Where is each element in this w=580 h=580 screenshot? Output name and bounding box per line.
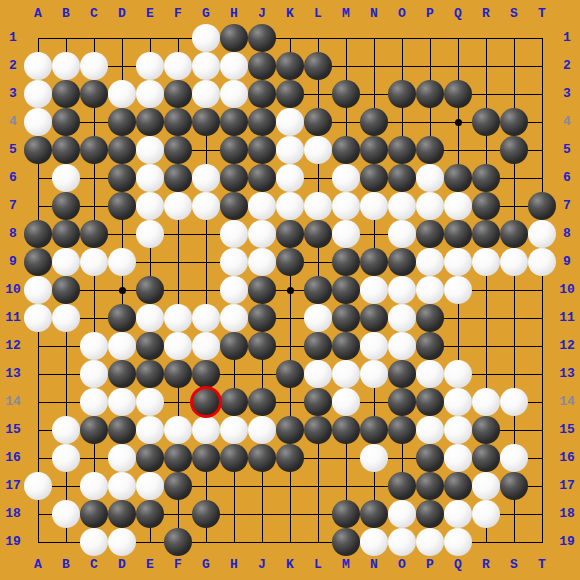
black-stone-B4[interactable] bbox=[52, 108, 80, 136]
intersection-F1[interactable] bbox=[164, 24, 192, 52]
intersection-T18[interactable] bbox=[528, 500, 556, 528]
intersection-G17[interactable] bbox=[192, 472, 220, 500]
black-stone-E10[interactable] bbox=[136, 276, 164, 304]
black-stone-K8[interactable] bbox=[276, 220, 304, 248]
intersection-O16[interactable] bbox=[388, 444, 416, 472]
black-stone-E12[interactable] bbox=[136, 332, 164, 360]
white-stone-O18[interactable] bbox=[388, 500, 416, 528]
white-stone-K5[interactable] bbox=[276, 136, 304, 164]
white-stone-H10[interactable] bbox=[220, 276, 248, 304]
black-stone-O17[interactable] bbox=[388, 472, 416, 500]
black-stone-R15[interactable] bbox=[472, 416, 500, 444]
black-stone-B5[interactable] bbox=[52, 136, 80, 164]
intersection-R13[interactable] bbox=[472, 360, 500, 388]
white-stone-F12[interactable] bbox=[164, 332, 192, 360]
white-stone-H8[interactable] bbox=[220, 220, 248, 248]
intersection-Q11[interactable] bbox=[444, 304, 472, 332]
white-stone-Q14[interactable] bbox=[444, 388, 472, 416]
intersection-N1[interactable] bbox=[360, 24, 388, 52]
intersection-K12[interactable] bbox=[276, 332, 304, 360]
black-stone-Q3[interactable] bbox=[444, 80, 472, 108]
intersection-T19[interactable] bbox=[528, 528, 556, 556]
black-stone-J6[interactable] bbox=[248, 164, 276, 192]
intersection-R11[interactable] bbox=[472, 304, 500, 332]
intersection-S3[interactable] bbox=[500, 80, 528, 108]
white-stone-F2[interactable] bbox=[164, 52, 192, 80]
white-stone-L13[interactable] bbox=[304, 360, 332, 388]
black-stone-H1[interactable] bbox=[220, 24, 248, 52]
intersection-K17[interactable] bbox=[276, 472, 304, 500]
black-stone-B10[interactable] bbox=[52, 276, 80, 304]
black-stone-J14[interactable] bbox=[248, 388, 276, 416]
white-stone-N7[interactable] bbox=[360, 192, 388, 220]
black-stone-J16[interactable] bbox=[248, 444, 276, 472]
white-stone-L5[interactable] bbox=[304, 136, 332, 164]
black-stone-J11[interactable] bbox=[248, 304, 276, 332]
black-stone-A9[interactable] bbox=[24, 248, 52, 276]
white-stone-C13[interactable] bbox=[80, 360, 108, 388]
white-stone-A10[interactable] bbox=[24, 276, 52, 304]
white-stone-N13[interactable] bbox=[360, 360, 388, 388]
white-stone-C2[interactable] bbox=[80, 52, 108, 80]
intersection-L6[interactable] bbox=[304, 164, 332, 192]
white-stone-B16[interactable] bbox=[52, 444, 80, 472]
intersection-Q5[interactable] bbox=[444, 136, 472, 164]
white-stone-C12[interactable] bbox=[80, 332, 108, 360]
black-stone-G4[interactable] bbox=[192, 108, 220, 136]
intersection-B19[interactable] bbox=[52, 528, 80, 556]
intersection-L17[interactable] bbox=[304, 472, 332, 500]
black-stone-L14[interactable] bbox=[304, 388, 332, 416]
black-stone-R16[interactable] bbox=[472, 444, 500, 472]
white-stone-E15[interactable] bbox=[136, 416, 164, 444]
intersection-P2[interactable] bbox=[416, 52, 444, 80]
black-stone-J12[interactable] bbox=[248, 332, 276, 360]
black-stone-R8[interactable] bbox=[472, 220, 500, 248]
intersection-A6[interactable] bbox=[24, 164, 52, 192]
black-stone-N15[interactable] bbox=[360, 416, 388, 444]
black-stone-A8[interactable] bbox=[24, 220, 52, 248]
black-stone-D6[interactable] bbox=[108, 164, 136, 192]
white-stone-B15[interactable] bbox=[52, 416, 80, 444]
intersection-A19[interactable] bbox=[24, 528, 52, 556]
white-stone-K7[interactable] bbox=[276, 192, 304, 220]
intersection-D1[interactable] bbox=[108, 24, 136, 52]
white-stone-N12[interactable] bbox=[360, 332, 388, 360]
intersection-S2[interactable] bbox=[500, 52, 528, 80]
black-stone-E18[interactable] bbox=[136, 500, 164, 528]
black-stone-P16[interactable] bbox=[416, 444, 444, 472]
black-stone-H4[interactable] bbox=[220, 108, 248, 136]
intersection-B12[interactable] bbox=[52, 332, 80, 360]
intersection-M17[interactable] bbox=[332, 472, 360, 500]
black-stone-N18[interactable] bbox=[360, 500, 388, 528]
black-stone-L12[interactable] bbox=[304, 332, 332, 360]
white-stone-Q15[interactable] bbox=[444, 416, 472, 444]
white-stone-P15[interactable] bbox=[416, 416, 444, 444]
white-stone-B11[interactable] bbox=[52, 304, 80, 332]
white-stone-G11[interactable] bbox=[192, 304, 220, 332]
white-stone-H2[interactable] bbox=[220, 52, 248, 80]
intersection-T15[interactable] bbox=[528, 416, 556, 444]
white-stone-J7[interactable] bbox=[248, 192, 276, 220]
white-stone-E8[interactable] bbox=[136, 220, 164, 248]
black-stone-S4[interactable] bbox=[500, 108, 528, 136]
intersection-A15[interactable] bbox=[24, 416, 52, 444]
intersection-C7[interactable] bbox=[80, 192, 108, 220]
black-stone-M15[interactable] bbox=[332, 416, 360, 444]
black-stone-M9[interactable] bbox=[332, 248, 360, 276]
white-stone-N16[interactable] bbox=[360, 444, 388, 472]
white-stone-A17[interactable] bbox=[24, 472, 52, 500]
intersection-T14[interactable] bbox=[528, 388, 556, 416]
intersection-C6[interactable] bbox=[80, 164, 108, 192]
white-stone-E2[interactable] bbox=[136, 52, 164, 80]
intersection-H13[interactable] bbox=[220, 360, 248, 388]
black-stone-O13[interactable] bbox=[388, 360, 416, 388]
white-stone-D12[interactable] bbox=[108, 332, 136, 360]
white-stone-T9[interactable] bbox=[528, 248, 556, 276]
white-stone-G6[interactable] bbox=[192, 164, 220, 192]
black-stone-A5[interactable] bbox=[24, 136, 52, 164]
black-stone-P11[interactable] bbox=[416, 304, 444, 332]
intersection-A12[interactable] bbox=[24, 332, 52, 360]
white-stone-O8[interactable] bbox=[388, 220, 416, 248]
intersection-S12[interactable] bbox=[500, 332, 528, 360]
white-stone-T8[interactable] bbox=[528, 220, 556, 248]
intersection-T10[interactable] bbox=[528, 276, 556, 304]
white-stone-S16[interactable] bbox=[500, 444, 528, 472]
white-stone-B2[interactable] bbox=[52, 52, 80, 80]
white-stone-M7[interactable] bbox=[332, 192, 360, 220]
white-stone-M8[interactable] bbox=[332, 220, 360, 248]
black-stone-J1[interactable] bbox=[248, 24, 276, 52]
intersection-A18[interactable] bbox=[24, 500, 52, 528]
white-stone-R14[interactable] bbox=[472, 388, 500, 416]
black-stone-F19[interactable] bbox=[164, 528, 192, 556]
intersection-L19[interactable] bbox=[304, 528, 332, 556]
intersection-T6[interactable] bbox=[528, 164, 556, 192]
white-stone-K6[interactable] bbox=[276, 164, 304, 192]
white-stone-E17[interactable] bbox=[136, 472, 164, 500]
intersection-O4[interactable] bbox=[388, 108, 416, 136]
white-stone-Q9[interactable] bbox=[444, 248, 472, 276]
intersection-A1[interactable] bbox=[24, 24, 52, 52]
intersection-E19[interactable] bbox=[136, 528, 164, 556]
white-stone-K4[interactable] bbox=[276, 108, 304, 136]
white-stone-O11[interactable] bbox=[388, 304, 416, 332]
intersection-F18[interactable] bbox=[164, 500, 192, 528]
intersection-B1[interactable] bbox=[52, 24, 80, 52]
intersection-Q4[interactable] bbox=[444, 108, 472, 136]
intersection-J13[interactable] bbox=[248, 360, 276, 388]
intersection-R5[interactable] bbox=[472, 136, 500, 164]
white-stone-N19[interactable] bbox=[360, 528, 388, 556]
white-stone-M14[interactable] bbox=[332, 388, 360, 416]
black-stone-P17[interactable] bbox=[416, 472, 444, 500]
intersection-F10[interactable] bbox=[164, 276, 192, 304]
intersection-S19[interactable] bbox=[500, 528, 528, 556]
intersection-Q2[interactable] bbox=[444, 52, 472, 80]
white-stone-F15[interactable] bbox=[164, 416, 192, 444]
intersection-T1[interactable] bbox=[528, 24, 556, 52]
intersection-A16[interactable] bbox=[24, 444, 52, 472]
intersection-R10[interactable] bbox=[472, 276, 500, 304]
intersection-R3[interactable] bbox=[472, 80, 500, 108]
black-stone-B8[interactable] bbox=[52, 220, 80, 248]
intersection-S11[interactable] bbox=[500, 304, 528, 332]
intersection-K10[interactable] bbox=[276, 276, 304, 304]
intersection-H19[interactable] bbox=[220, 528, 248, 556]
white-stone-P7[interactable] bbox=[416, 192, 444, 220]
white-stone-F11[interactable] bbox=[164, 304, 192, 332]
black-stone-F17[interactable] bbox=[164, 472, 192, 500]
black-stone-M12[interactable] bbox=[332, 332, 360, 360]
black-stone-F5[interactable] bbox=[164, 136, 192, 164]
black-stone-H14[interactable] bbox=[220, 388, 248, 416]
black-stone-P14[interactable] bbox=[416, 388, 444, 416]
intersection-N14[interactable] bbox=[360, 388, 388, 416]
white-stone-S9[interactable] bbox=[500, 248, 528, 276]
white-stone-P9[interactable] bbox=[416, 248, 444, 276]
black-stone-K3[interactable] bbox=[276, 80, 304, 108]
white-stone-G15[interactable] bbox=[192, 416, 220, 444]
black-stone-P3[interactable] bbox=[416, 80, 444, 108]
black-stone-P18[interactable] bbox=[416, 500, 444, 528]
white-stone-G3[interactable] bbox=[192, 80, 220, 108]
intersection-L18[interactable] bbox=[304, 500, 332, 528]
intersection-P1[interactable] bbox=[416, 24, 444, 52]
intersection-T4[interactable] bbox=[528, 108, 556, 136]
white-stone-J8[interactable] bbox=[248, 220, 276, 248]
white-stone-L7[interactable] bbox=[304, 192, 332, 220]
white-stone-P13[interactable] bbox=[416, 360, 444, 388]
intersection-N2[interactable] bbox=[360, 52, 388, 80]
black-stone-G16[interactable] bbox=[192, 444, 220, 472]
black-stone-C3[interactable] bbox=[80, 80, 108, 108]
black-stone-M3[interactable] bbox=[332, 80, 360, 108]
white-stone-O10[interactable] bbox=[388, 276, 416, 304]
black-stone-R7[interactable] bbox=[472, 192, 500, 220]
intersection-G5[interactable] bbox=[192, 136, 220, 164]
white-stone-D17[interactable] bbox=[108, 472, 136, 500]
black-stone-G18[interactable] bbox=[192, 500, 220, 528]
intersection-G9[interactable] bbox=[192, 248, 220, 276]
white-stone-A3[interactable] bbox=[24, 80, 52, 108]
intersection-L9[interactable] bbox=[304, 248, 332, 276]
intersection-T5[interactable] bbox=[528, 136, 556, 164]
black-stone-K13[interactable] bbox=[276, 360, 304, 388]
white-stone-G12[interactable] bbox=[192, 332, 220, 360]
intersection-A14[interactable] bbox=[24, 388, 52, 416]
white-stone-D14[interactable] bbox=[108, 388, 136, 416]
black-stone-N5[interactable] bbox=[360, 136, 388, 164]
black-stone-F13[interactable] bbox=[164, 360, 192, 388]
intersection-J17[interactable] bbox=[248, 472, 276, 500]
black-stone-G13[interactable] bbox=[192, 360, 220, 388]
black-stone-L15[interactable] bbox=[304, 416, 332, 444]
intersection-K18[interactable] bbox=[276, 500, 304, 528]
black-stone-L4[interactable] bbox=[304, 108, 332, 136]
white-stone-Q16[interactable] bbox=[444, 444, 472, 472]
black-stone-N4[interactable] bbox=[360, 108, 388, 136]
black-stone-T7[interactable] bbox=[528, 192, 556, 220]
black-stone-K16[interactable] bbox=[276, 444, 304, 472]
white-stone-D19[interactable] bbox=[108, 528, 136, 556]
white-stone-B6[interactable] bbox=[52, 164, 80, 192]
black-stone-M11[interactable] bbox=[332, 304, 360, 332]
intersection-R2[interactable] bbox=[472, 52, 500, 80]
white-stone-A4[interactable] bbox=[24, 108, 52, 136]
black-stone-D7[interactable] bbox=[108, 192, 136, 220]
black-stone-D15[interactable] bbox=[108, 416, 136, 444]
intersection-E9[interactable] bbox=[136, 248, 164, 276]
white-stone-Q13[interactable] bbox=[444, 360, 472, 388]
intersection-L3[interactable] bbox=[304, 80, 332, 108]
white-stone-H15[interactable] bbox=[220, 416, 248, 444]
intersection-C10[interactable] bbox=[80, 276, 108, 304]
black-stone-K2[interactable] bbox=[276, 52, 304, 80]
black-stone-D4[interactable] bbox=[108, 108, 136, 136]
white-stone-D9[interactable] bbox=[108, 248, 136, 276]
white-stone-P10[interactable] bbox=[416, 276, 444, 304]
white-stone-J9[interactable] bbox=[248, 248, 276, 276]
black-stone-S17[interactable] bbox=[500, 472, 528, 500]
white-stone-N10[interactable] bbox=[360, 276, 388, 304]
intersection-F8[interactable] bbox=[164, 220, 192, 248]
black-stone-D11[interactable] bbox=[108, 304, 136, 332]
intersection-H17[interactable] bbox=[220, 472, 248, 500]
intersection-S7[interactable] bbox=[500, 192, 528, 220]
black-stone-C18[interactable] bbox=[80, 500, 108, 528]
intersection-G19[interactable] bbox=[192, 528, 220, 556]
intersection-T17[interactable] bbox=[528, 472, 556, 500]
black-stone-P5[interactable] bbox=[416, 136, 444, 164]
intersection-S1[interactable] bbox=[500, 24, 528, 52]
white-stone-D3[interactable] bbox=[108, 80, 136, 108]
black-stone-J5[interactable] bbox=[248, 136, 276, 164]
white-stone-E3[interactable] bbox=[136, 80, 164, 108]
intersection-N3[interactable] bbox=[360, 80, 388, 108]
white-stone-R18[interactable] bbox=[472, 500, 500, 528]
white-stone-E6[interactable] bbox=[136, 164, 164, 192]
intersection-Q1[interactable] bbox=[444, 24, 472, 52]
intersection-K1[interactable] bbox=[276, 24, 304, 52]
black-stone-H16[interactable] bbox=[220, 444, 248, 472]
white-stone-C17[interactable] bbox=[80, 472, 108, 500]
black-stone-O6[interactable] bbox=[388, 164, 416, 192]
white-stone-H3[interactable] bbox=[220, 80, 248, 108]
black-stone-E4[interactable] bbox=[136, 108, 164, 136]
black-stone-O14[interactable] bbox=[388, 388, 416, 416]
black-stone-O9[interactable] bbox=[388, 248, 416, 276]
white-stone-Q7[interactable] bbox=[444, 192, 472, 220]
black-stone-H12[interactable] bbox=[220, 332, 248, 360]
intersection-J19[interactable] bbox=[248, 528, 276, 556]
black-stone-Q17[interactable] bbox=[444, 472, 472, 500]
black-stone-H5[interactable] bbox=[220, 136, 248, 164]
black-stone-M19[interactable] bbox=[332, 528, 360, 556]
black-stone-D5[interactable] bbox=[108, 136, 136, 164]
black-stone-D18[interactable] bbox=[108, 500, 136, 528]
black-stone-J2[interactable] bbox=[248, 52, 276, 80]
intersection-S18[interactable] bbox=[500, 500, 528, 528]
black-stone-S8[interactable] bbox=[500, 220, 528, 248]
intersection-B13[interactable] bbox=[52, 360, 80, 388]
white-stone-Q10[interactable] bbox=[444, 276, 472, 304]
white-stone-E7[interactable] bbox=[136, 192, 164, 220]
white-stone-L11[interactable] bbox=[304, 304, 332, 332]
intersection-C4[interactable] bbox=[80, 108, 108, 136]
intersection-K19[interactable] bbox=[276, 528, 304, 556]
intersection-O1[interactable] bbox=[388, 24, 416, 52]
intersection-G10[interactable] bbox=[192, 276, 220, 304]
white-stone-B9[interactable] bbox=[52, 248, 80, 276]
intersection-A13[interactable] bbox=[24, 360, 52, 388]
black-stone-F3[interactable] bbox=[164, 80, 192, 108]
intersection-B14[interactable] bbox=[52, 388, 80, 416]
black-stone-B3[interactable] bbox=[52, 80, 80, 108]
white-stone-G2[interactable] bbox=[192, 52, 220, 80]
black-stone-O15[interactable] bbox=[388, 416, 416, 444]
intersection-P4[interactable] bbox=[416, 108, 444, 136]
black-stone-F4[interactable] bbox=[164, 108, 192, 136]
black-stone-C8[interactable] bbox=[80, 220, 108, 248]
white-stone-E5[interactable] bbox=[136, 136, 164, 164]
intersection-C1[interactable] bbox=[80, 24, 108, 52]
intersection-M1[interactable] bbox=[332, 24, 360, 52]
black-stone-E16[interactable] bbox=[136, 444, 164, 472]
white-stone-E11[interactable] bbox=[136, 304, 164, 332]
white-stone-H9[interactable] bbox=[220, 248, 248, 276]
intersection-M16[interactable] bbox=[332, 444, 360, 472]
white-stone-A11[interactable] bbox=[24, 304, 52, 332]
white-stone-H11[interactable] bbox=[220, 304, 248, 332]
white-stone-G1[interactable] bbox=[192, 24, 220, 52]
black-stone-O5[interactable] bbox=[388, 136, 416, 164]
black-stone-H7[interactable] bbox=[220, 192, 248, 220]
white-stone-J15[interactable] bbox=[248, 416, 276, 444]
intersection-K14[interactable] bbox=[276, 388, 304, 416]
white-stone-O7[interactable] bbox=[388, 192, 416, 220]
intersection-N8[interactable] bbox=[360, 220, 388, 248]
black-stone-F16[interactable] bbox=[164, 444, 192, 472]
white-stone-A2[interactable] bbox=[24, 52, 52, 80]
intersection-S10[interactable] bbox=[500, 276, 528, 304]
black-stone-K15[interactable] bbox=[276, 416, 304, 444]
intersection-D8[interactable] bbox=[108, 220, 136, 248]
white-stone-B18[interactable] bbox=[52, 500, 80, 528]
black-stone-L8[interactable] bbox=[304, 220, 332, 248]
intersection-F14[interactable] bbox=[164, 388, 192, 416]
intersection-T11[interactable] bbox=[528, 304, 556, 332]
intersection-C16[interactable] bbox=[80, 444, 108, 472]
intersection-G8[interactable] bbox=[192, 220, 220, 248]
intersection-N17[interactable] bbox=[360, 472, 388, 500]
intersection-R1[interactable] bbox=[472, 24, 500, 52]
white-stone-P6[interactable] bbox=[416, 164, 444, 192]
intersection-L1[interactable] bbox=[304, 24, 332, 52]
intersection-T13[interactable] bbox=[528, 360, 556, 388]
black-stone-N9[interactable] bbox=[360, 248, 388, 276]
black-stone-R4[interactable] bbox=[472, 108, 500, 136]
black-stone-M10[interactable] bbox=[332, 276, 360, 304]
intersection-F9[interactable] bbox=[164, 248, 192, 276]
black-stone-E13[interactable] bbox=[136, 360, 164, 388]
intersection-T12[interactable] bbox=[528, 332, 556, 360]
white-stone-M6[interactable] bbox=[332, 164, 360, 192]
white-stone-C14[interactable] bbox=[80, 388, 108, 416]
